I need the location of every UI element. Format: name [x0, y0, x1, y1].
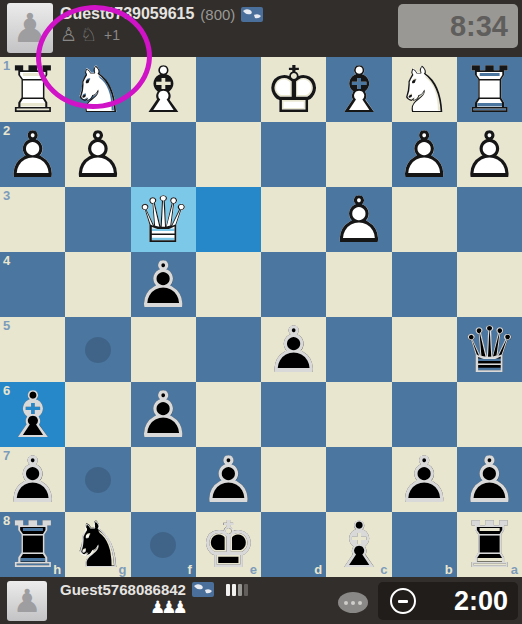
bottom-player-bar: ♟ Guest5768086842 ♟♟♟ 2:00 [0, 577, 522, 624]
square-c6[interactable] [326, 382, 391, 447]
file-label-b: b [445, 562, 453, 577]
square-d1[interactable]: ♚♔ [261, 57, 326, 122]
square-e6[interactable] [196, 382, 261, 447]
square-e5[interactable] [196, 317, 261, 382]
captured-knight-icon: ♘ [80, 25, 97, 44]
chat-bubble-icon[interactable] [338, 592, 368, 613]
white-pawn[interactable]: ♟♙ [392, 122, 457, 187]
black-rook[interactable]: ♜♖ [457, 512, 522, 577]
square-d4[interactable] [261, 252, 326, 317]
square-f4[interactable]: ♟♙ [131, 252, 196, 317]
square-d6[interactable] [261, 382, 326, 447]
chess-game-screen: ♟ Guest6739059615 (800) ♙ ♘ +1 8:34 1 [0, 0, 522, 624]
black-pawn[interactable]: ♟♙ [131, 252, 196, 317]
square-a3[interactable] [457, 187, 522, 252]
square-g1[interactable]: ♞♘ [65, 57, 130, 122]
top-player-flag-icon [241, 7, 263, 22]
black-king[interactable]: ♚♔ [196, 512, 261, 577]
square-a5[interactable]: ♛♕ [457, 317, 522, 382]
square-c4[interactable] [326, 252, 391, 317]
square-f1[interactable]: ♝♗ [131, 57, 196, 122]
square-h2[interactable]: 2♟♙ [0, 122, 65, 187]
square-c3[interactable]: ♟♙ [326, 187, 391, 252]
black-pawn[interactable]: ♟♙ [196, 447, 261, 512]
white-rook[interactable]: ♜♖ [0, 57, 65, 122]
top-player-name[interactable]: Guest6739059615 [60, 5, 194, 23]
top-clock-time: 8:34 [450, 10, 518, 43]
white-knight[interactable]: ♞♘ [65, 57, 130, 122]
black-bishop[interactable]: ♝♗ [326, 512, 391, 577]
legal-move-dot[interactable] [150, 532, 176, 558]
square-b1[interactable]: ♞♘ [392, 57, 457, 122]
white-bishop[interactable]: ♝♗ [131, 57, 196, 122]
square-f2[interactable] [131, 122, 196, 187]
top-player-captured-pieces: ♙ ♘ +1 [60, 25, 263, 44]
square-g6[interactable] [65, 382, 130, 447]
square-a8[interactable]: a♜♖ [457, 512, 522, 577]
square-c8[interactable]: c♝♗ [326, 512, 391, 577]
square-c2[interactable] [326, 122, 391, 187]
square-g3[interactable] [65, 187, 130, 252]
top-player-clock: 8:34 [398, 4, 518, 48]
bottom-player-captured-pieces: ♟♟♟ [150, 599, 184, 616]
white-rook[interactable]: ♜♖ [457, 57, 522, 122]
black-rook[interactable]: ♜♖ [0, 512, 65, 577]
captured-pawn-icon: ♙ [60, 25, 77, 44]
top-player-rating: (800) [200, 6, 235, 23]
bottom-clock-time: 2:00 [454, 586, 518, 617]
square-d3[interactable] [261, 187, 326, 252]
black-pawn[interactable]: ♟♙ [261, 317, 326, 382]
square-a2[interactable]: ♟♙ [457, 122, 522, 187]
black-pawn[interactable]: ♟♙ [0, 447, 65, 512]
black-bishop[interactable]: ♝♗ [0, 382, 65, 447]
white-bishop[interactable]: ♝♗ [326, 57, 391, 122]
square-c5[interactable] [326, 317, 391, 382]
square-a4[interactable] [457, 252, 522, 317]
square-c7[interactable] [326, 447, 391, 512]
avatar-pawn-icon: ♟ [13, 582, 42, 620]
black-queen[interactable]: ♛♕ [457, 317, 522, 382]
white-pawn[interactable]: ♟♙ [0, 122, 65, 187]
square-g4[interactable] [65, 252, 130, 317]
square-h1[interactable]: 1♜♖ [0, 57, 65, 122]
chess-board: 1♜♖♞♘♝♗♚♔♝♗♞♘♜♖2♟♙♟♙♟♙♟♙3♛♕♟♙4♟♙5♟♙♛♕6♝♗… [0, 57, 522, 577]
square-d7[interactable] [261, 447, 326, 512]
square-h5[interactable]: 5 [0, 317, 65, 382]
square-g7[interactable] [65, 447, 130, 512]
material-advantage: +1 [104, 27, 120, 43]
square-e7[interactable]: ♟♙ [196, 447, 261, 512]
square-f3[interactable]: ♛♕ [131, 187, 196, 252]
square-a1[interactable]: ♜♖ [457, 57, 522, 122]
file-label-f: f [187, 562, 191, 577]
white-knight[interactable]: ♞♘ [392, 57, 457, 122]
white-queen[interactable]: ♛♕ [131, 187, 196, 252]
rank-label-4: 4 [3, 253, 10, 268]
bottom-player-avatar[interactable]: ♟ [7, 581, 47, 621]
square-d2[interactable] [261, 122, 326, 187]
square-h4[interactable]: 4 [0, 252, 65, 317]
square-f8[interactable]: f [131, 512, 196, 577]
square-e4[interactable] [196, 252, 261, 317]
square-h6[interactable]: 6♝♗ [0, 382, 65, 447]
bottom-player-name[interactable]: Guest5768086842 [60, 581, 186, 598]
square-f7[interactable] [131, 447, 196, 512]
square-b6[interactable] [392, 382, 457, 447]
square-e2[interactable] [196, 122, 261, 187]
rank-label-5: 5 [3, 318, 10, 333]
square-b4[interactable] [392, 252, 457, 317]
legal-move-dot[interactable] [85, 337, 111, 363]
square-e3[interactable] [196, 187, 261, 252]
square-b5[interactable] [392, 317, 457, 382]
square-g5[interactable] [65, 317, 130, 382]
connection-signal-icon [226, 584, 248, 596]
square-b8[interactable]: b [392, 512, 457, 577]
square-c1[interactable]: ♝♗ [326, 57, 391, 122]
top-player-avatar[interactable]: ♟ [7, 3, 53, 53]
square-d8[interactable]: d [261, 512, 326, 577]
square-g2[interactable]: ♟♙ [65, 122, 130, 187]
white-pawn[interactable]: ♟♙ [65, 122, 130, 187]
black-pawn[interactable]: ♟♙ [392, 447, 457, 512]
square-b7[interactable]: ♟♙ [392, 447, 457, 512]
square-g8[interactable]: g♞♘ [65, 512, 130, 577]
square-b3[interactable] [392, 187, 457, 252]
square-h3[interactable]: 3 [0, 187, 65, 252]
black-knight[interactable]: ♞♘ [65, 512, 130, 577]
white-king[interactable]: ♚♔ [261, 57, 326, 122]
square-h8[interactable]: 8h♜♖ [0, 512, 65, 577]
square-b2[interactable]: ♟♙ [392, 122, 457, 187]
black-pawn[interactable]: ♟♙ [457, 447, 522, 512]
top-player-bar: ♟ Guest6739059615 (800) ♙ ♘ +1 8:34 [0, 0, 522, 57]
black-pawn[interactable]: ♟♙ [131, 382, 196, 447]
circled-minus-icon[interactable] [390, 588, 416, 614]
file-label-d: d [314, 562, 322, 577]
square-a7[interactable]: ♟♙ [457, 447, 522, 512]
square-f5[interactable] [131, 317, 196, 382]
square-f6[interactable]: ♟♙ [131, 382, 196, 447]
white-pawn[interactable]: ♟♙ [326, 187, 391, 252]
bottom-player-clock: 2:00 [378, 582, 518, 620]
avatar-pawn-icon: ♟ [12, 5, 48, 51]
square-h7[interactable]: 7♟♙ [0, 447, 65, 512]
legal-move-dot[interactable] [85, 467, 111, 493]
square-e1[interactable] [196, 57, 261, 122]
square-d5[interactable]: ♟♙ [261, 317, 326, 382]
white-pawn[interactable]: ♟♙ [457, 122, 522, 187]
bottom-player-flag-icon [192, 582, 214, 597]
square-a6[interactable] [457, 382, 522, 447]
square-e8[interactable]: e♚♔ [196, 512, 261, 577]
